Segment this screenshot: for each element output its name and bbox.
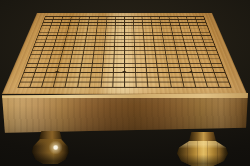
leg-bulb — [32, 139, 69, 164]
star-point — [178, 25, 181, 26]
board-top-surface — [2, 13, 247, 94]
grid-cell — [112, 82, 124, 87]
star-point — [55, 71, 59, 72]
photo-background — [0, 0, 250, 166]
star-point — [122, 71, 125, 72]
board-front-face — [2, 93, 248, 134]
star-point — [68, 25, 71, 26]
leg-bulb — [177, 141, 228, 166]
grid-cell — [89, 82, 101, 87]
grid-cell — [147, 82, 159, 87]
grid-cell — [124, 82, 136, 87]
star-point — [62, 46, 65, 47]
star-point — [189, 71, 193, 72]
board-grid[interactable] — [17, 16, 231, 87]
grid-cell — [159, 82, 171, 87]
grid-cell — [217, 82, 231, 87]
board-leg-right — [177, 132, 228, 166]
grid-cell — [100, 82, 112, 87]
star-point — [123, 25, 126, 26]
grid-cell — [136, 82, 148, 87]
star-point — [123, 46, 126, 47]
board-leg-left — [32, 131, 69, 164]
grid-cell — [77, 82, 89, 87]
star-point — [183, 46, 186, 47]
